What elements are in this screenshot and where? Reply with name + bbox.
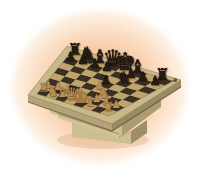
piece-black-pawn-g7: ♟ [137,71,149,84]
piece-black-knight-f6: ♞ [117,70,132,86]
piece-black-pawn-b7: ♟ [77,54,89,67]
piece-black-pawn-c7: ♟ [89,57,101,70]
piece-black-pawn-h7: ♟ [149,75,161,88]
chess-set-product-photo: ♜♞♟♝♟♛♟♚♟♝♟♜♟♞♟♟♟♟♟♜♟♞♟♞♝♛♟♚♟♝♟♜ [0,0,200,181]
piece-black-pawn-a7: ♟ [65,50,77,63]
piece-white-bishop-f1: ♝ [84,95,96,109]
piece-white-rook-h1: ♜ [103,102,114,114]
pieces-layer: ♜♞♟♝♟♛♟♚♟♝♟♜♟♞♟♟♟♟♟♜♟♞♟♞♝♛♟♚♟♝♟♜ [0,0,200,181]
